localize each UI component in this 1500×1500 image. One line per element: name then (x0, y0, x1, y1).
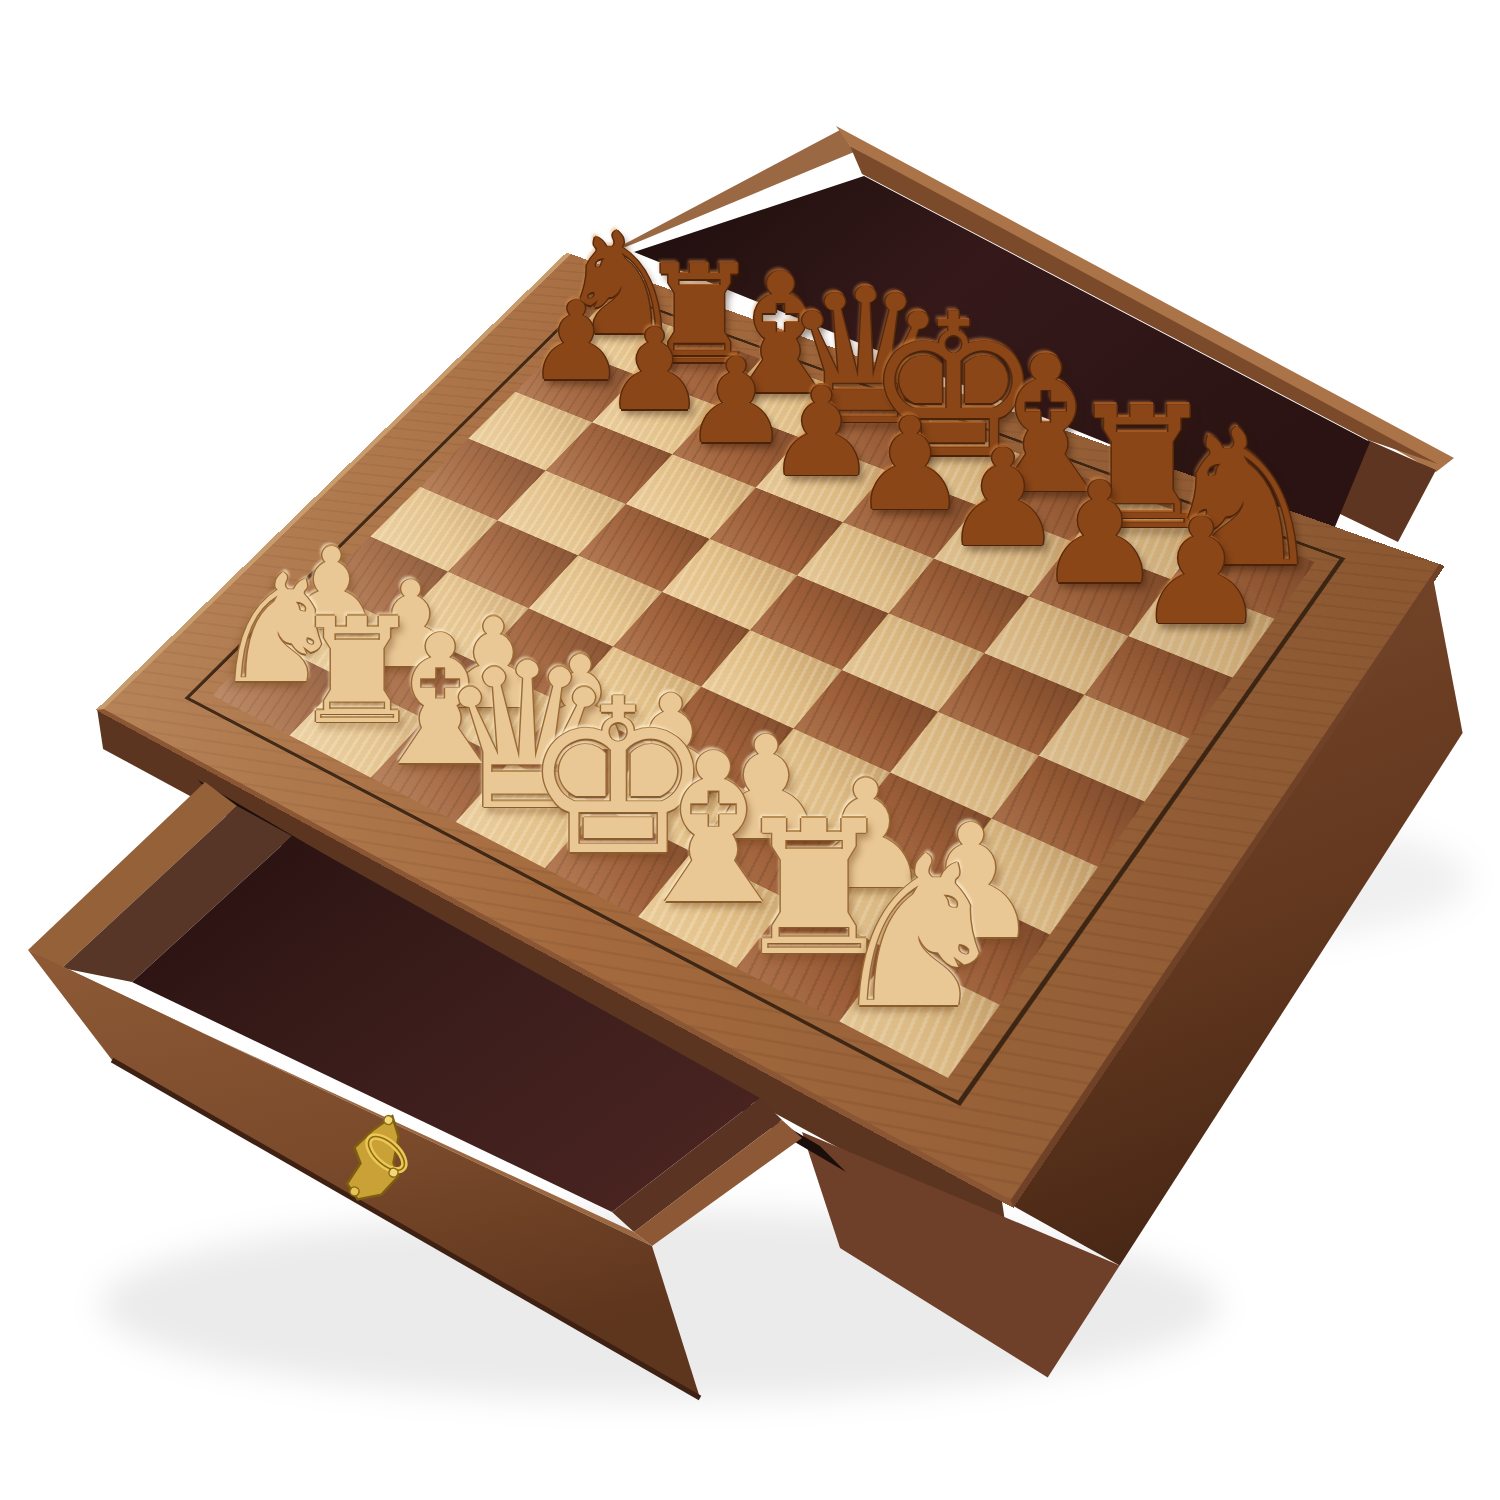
piece-dark-pawn-h7[interactable]: ♟ (1135, 498, 1267, 645)
chess-set-photo: ♞♜♟♝♟♛♟♚♟♝♟♜♟♞♟♟♟♟♞♟♜♟♝♟♛♟♚♟♝♟♜♞ (0, 0, 1500, 1500)
piece-light-knight-h1[interactable]: ♞ (826, 829, 1013, 1038)
